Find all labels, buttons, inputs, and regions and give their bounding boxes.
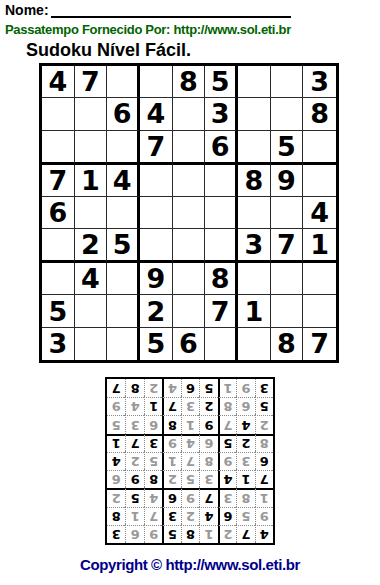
puzzle-cell-r1c1: 4 — [42, 66, 75, 98]
puzzle-cell-r5c2 — [75, 197, 108, 229]
solution-cell-r2c2: 5 — [236, 507, 254, 525]
puzzle-cell-r3c4: 7 — [140, 131, 173, 165]
puzzle-cell-r3c5 — [173, 131, 206, 165]
solution-cell-r6c8: 7 — [125, 434, 143, 452]
puzzle-cell-r6c9: 1 — [303, 229, 336, 263]
puzzle-cell-r3c7 — [238, 131, 271, 165]
puzzle-cell-r6c8: 7 — [271, 229, 304, 263]
solution-cell-r1c1: 4 — [255, 525, 273, 543]
solution-cell-r5c5: 7 — [181, 452, 199, 470]
solution-cell-r3c1: 1 — [255, 488, 273, 506]
puzzle-cell-r1c9: 3 — [303, 66, 336, 98]
puzzle-cell-r3c3 — [107, 131, 140, 165]
solution-cell-r1c4: 1 — [199, 525, 217, 543]
solution-cell-r9c6: 4 — [162, 379, 180, 397]
solution-cell-r5c7: 5 — [144, 452, 162, 470]
solution-cell-r3c9: 2 — [107, 488, 125, 506]
solution-cell-r6c6: 9 — [162, 434, 180, 452]
copyright-text: Copyright © http://www.sol.eti.br — [0, 556, 380, 573]
solution-cell-r2c1: 9 — [255, 507, 273, 525]
puzzle-cell-r9c4: 5 — [140, 328, 173, 360]
puzzle-cell-r6c2: 2 — [75, 229, 108, 263]
solution-cell-r7c3: 7 — [218, 415, 236, 433]
puzzle-cell-r3c8: 5 — [271, 131, 304, 165]
puzzle-cell-r8c1: 5 — [42, 295, 75, 327]
solution-cell-r7c9: 5 — [107, 415, 125, 433]
solution-cell-r6c1: 8 — [255, 434, 273, 452]
solution-cell-r6c9: 1 — [107, 434, 125, 452]
solution-cell-r4c2: 1 — [236, 470, 254, 488]
solution-cell-r8c5: 3 — [181, 397, 199, 415]
puzzle-cell-r8c8 — [271, 295, 304, 327]
puzzle-cell-r3c1 — [42, 131, 75, 165]
solution-cell-r5c3: 9 — [218, 452, 236, 470]
puzzle-cell-r5c3 — [107, 197, 140, 229]
solution-cell-r6c2: 2 — [236, 434, 254, 452]
name-fill-in-line — [51, 3, 291, 18]
solution-cell-r2c9: 8 — [107, 507, 125, 525]
solution-cell-r1c5: 8 — [181, 525, 199, 543]
solution-cell-r6c3: 5 — [218, 434, 236, 452]
solution-cell-r6c5: 4 — [181, 434, 199, 452]
solution-cell-r3c5: 9 — [181, 488, 199, 506]
puzzle-cell-r9c9: 7 — [303, 328, 336, 360]
solution-cell-r8c3: 8 — [218, 397, 236, 415]
solution-cell-r7c8: 3 — [125, 415, 143, 433]
puzzle-cell-r7c5 — [173, 263, 206, 295]
puzzle-cell-r8c3 — [107, 295, 140, 327]
solution-cell-r9c8: 8 — [125, 379, 143, 397]
puzzle-cell-r1c7 — [238, 66, 271, 98]
solution-cell-r3c6: 6 — [162, 488, 180, 506]
puzzle-cell-r5c8 — [271, 197, 304, 229]
puzzle-cell-r3c9 — [303, 131, 336, 165]
solution-cell-r7c4: 9 — [199, 415, 217, 433]
solution-cell-r7c2: 4 — [236, 415, 254, 433]
puzzle-cell-r2c2 — [75, 98, 108, 130]
name-row: Nome: — [5, 2, 291, 18]
puzzle-cell-r7c4: 9 — [140, 263, 173, 295]
solution-cell-r7c7: 6 — [144, 415, 162, 433]
solution-cell-r2c3: 6 — [218, 507, 236, 525]
solution-cell-r4c1: 7 — [255, 470, 273, 488]
solution-cell-r3c7: 4 — [144, 488, 162, 506]
puzzle-cell-r4c9 — [303, 165, 336, 197]
page-header: Nome: Passatempo Fornecido Por: http://w… — [5, 2, 375, 61]
puzzle-cell-r4c4 — [140, 165, 173, 197]
puzzle-cell-r9c2 — [75, 328, 108, 360]
puzzle-cell-r5c1: 6 — [42, 197, 75, 229]
puzzle-cell-r9c6 — [205, 328, 238, 360]
puzzle-cell-r7c8 — [271, 263, 304, 295]
solution-cell-r6c7: 3 — [144, 434, 162, 452]
solution-cell-r9c4: 5 — [199, 379, 217, 397]
solution-cell-r9c9: 7 — [107, 379, 125, 397]
solution-cell-r9c1: 3 — [255, 379, 273, 397]
solution-cell-r3c3: 3 — [218, 488, 236, 506]
solution-cell-r1c8: 6 — [125, 525, 143, 543]
puzzle-cell-r4c5 — [173, 165, 206, 197]
puzzle-cell-r7c7 — [238, 263, 271, 295]
solution-cell-r4c4: 3 — [199, 470, 217, 488]
puzzle-cell-r8c2 — [75, 295, 108, 327]
puzzle-cell-r9c1: 3 — [42, 328, 75, 360]
puzzle-cell-r9c8: 8 — [271, 328, 304, 360]
puzzle-cell-r2c8 — [271, 98, 304, 130]
solution-cell-r1c6: 5 — [162, 525, 180, 543]
solution-cell-r5c6: 1 — [162, 452, 180, 470]
puzzle-cell-r1c4 — [140, 66, 173, 98]
solution-cell-r5c8: 2 — [125, 452, 143, 470]
solution-cell-r4c8: 9 — [125, 470, 143, 488]
sudoku-puzzle-grid: 478536438765714896425371498527135687 — [39, 63, 339, 363]
puzzle-cell-r4c7: 8 — [238, 165, 271, 197]
solution-cell-r3c4: 7 — [199, 488, 217, 506]
solution-cell-r8c2: 6 — [236, 397, 254, 415]
solution-cell-r4c9: 6 — [107, 470, 125, 488]
puzzle-cell-r2c9: 8 — [303, 98, 336, 130]
puzzle-cell-r7c9 — [303, 263, 336, 295]
puzzle-cell-r9c7 — [238, 328, 271, 360]
solution-cell-r3c8: 5 — [125, 488, 143, 506]
solution-cell-r1c3: 2 — [218, 525, 236, 543]
puzzle-cell-r5c5 — [173, 197, 206, 229]
puzzle-cell-r8c4: 2 — [140, 295, 173, 327]
name-label: Nome: — [5, 2, 49, 18]
puzzle-cell-r1c3 — [107, 66, 140, 98]
solution-cell-r4c6: 2 — [162, 470, 180, 488]
solution-cell-r9c2: 9 — [236, 379, 254, 397]
puzzle-cell-r9c5: 6 — [173, 328, 206, 360]
solution-cell-r4c5: 5 — [181, 470, 199, 488]
solution-cell-r7c6: 8 — [162, 415, 180, 433]
puzzle-cell-r2c7 — [238, 98, 271, 130]
puzzle-cell-r2c1 — [42, 98, 75, 130]
puzzle-cell-r5c9: 4 — [303, 197, 336, 229]
puzzle-cell-r5c7 — [238, 197, 271, 229]
solution-cell-r5c9: 4 — [107, 452, 125, 470]
puzzle-cell-r7c2: 4 — [75, 263, 108, 295]
puzzle-cell-r6c1 — [42, 229, 75, 263]
puzzle-cell-r2c6: 3 — [205, 98, 238, 130]
solution-cell-r3c2: 8 — [236, 488, 254, 506]
puzzle-cell-r7c6: 8 — [205, 263, 238, 295]
puzzle-cell-r1c8 — [271, 66, 304, 98]
solution-cell-r8c6: 7 — [162, 397, 180, 415]
puzzle-cell-r8c7: 1 — [238, 295, 271, 327]
solution-cell-r5c2: 3 — [236, 452, 254, 470]
solution-cell-r7c1: 2 — [255, 415, 273, 433]
puzzle-cell-r4c8: 9 — [271, 165, 304, 197]
puzzle-cell-r6c7: 3 — [238, 229, 271, 263]
puzzle-cell-r6c5 — [173, 229, 206, 263]
solution-cell-r9c3: 1 — [218, 379, 236, 397]
puzzle-cell-r2c4: 4 — [140, 98, 173, 130]
solution-cell-r9c7: 2 — [144, 379, 162, 397]
puzzle-cell-r6c4 — [140, 229, 173, 263]
puzzle-cell-r3c6: 6 — [205, 131, 238, 165]
solution-cell-r1c2: 7 — [236, 525, 254, 543]
puzzle-cell-r4c6 — [205, 165, 238, 197]
solution-cell-r2c4: 4 — [199, 507, 217, 525]
puzzle-cell-r5c4 — [140, 197, 173, 229]
solution-cell-r5c4: 8 — [199, 452, 217, 470]
puzzle-cell-r8c6: 7 — [205, 295, 238, 327]
solution-cell-r8c9: 9 — [107, 397, 125, 415]
solution-cell-r6c4: 6 — [199, 434, 217, 452]
solution-cell-r4c7: 8 — [144, 470, 162, 488]
puzzle-cell-r9c3 — [107, 328, 140, 360]
puzzle-cell-r8c5 — [173, 295, 206, 327]
puzzle-cell-r4c3: 4 — [107, 165, 140, 197]
puzzle-cell-r6c6 — [205, 229, 238, 263]
solution-cell-r7c5: 1 — [181, 415, 199, 433]
puzzle-cell-r2c3: 6 — [107, 98, 140, 130]
page-title: Sudoku Nível Fácil. — [26, 40, 375, 61]
sudoku-solution-grid-rotated-180: 4721859639564237181837964527143528966398… — [105, 377, 275, 545]
solution-cell-r9c5: 6 — [181, 379, 199, 397]
solution-cell-r2c6: 3 — [162, 507, 180, 525]
puzzle-cell-r7c3 — [107, 263, 140, 295]
puzzle-cell-r1c5: 8 — [173, 66, 206, 98]
puzzle-cell-r8c9 — [303, 295, 336, 327]
puzzle-cell-r4c1: 7 — [42, 165, 75, 197]
puzzle-cell-r2c5 — [173, 98, 206, 130]
provided-by-text: Passatempo Fornecido Por: http://www.sol… — [5, 22, 375, 37]
solution-cell-r2c8: 1 — [125, 507, 143, 525]
puzzle-cell-r1c2: 7 — [75, 66, 108, 98]
solution-cell-r8c8: 4 — [125, 397, 143, 415]
puzzle-cell-r3c2 — [75, 131, 108, 165]
solution-cell-r8c7: 1 — [144, 397, 162, 415]
solution-cell-r1c9: 3 — [107, 525, 125, 543]
puzzle-cell-r7c1 — [42, 263, 75, 295]
solution-cell-r2c7: 7 — [144, 507, 162, 525]
solution-cell-r1c7: 9 — [144, 525, 162, 543]
puzzle-cell-r4c2: 1 — [75, 165, 108, 197]
puzzle-cell-r6c3: 5 — [107, 229, 140, 263]
puzzle-cell-r1c6: 5 — [205, 66, 238, 98]
solution-cell-r8c4: 2 — [199, 397, 217, 415]
solution-cell-r8c1: 5 — [255, 397, 273, 415]
solution-cell-r4c3: 4 — [218, 470, 236, 488]
solution-cell-r2c5: 2 — [181, 507, 199, 525]
solution-cell-r5c1: 6 — [255, 452, 273, 470]
puzzle-cell-r5c6 — [205, 197, 238, 229]
